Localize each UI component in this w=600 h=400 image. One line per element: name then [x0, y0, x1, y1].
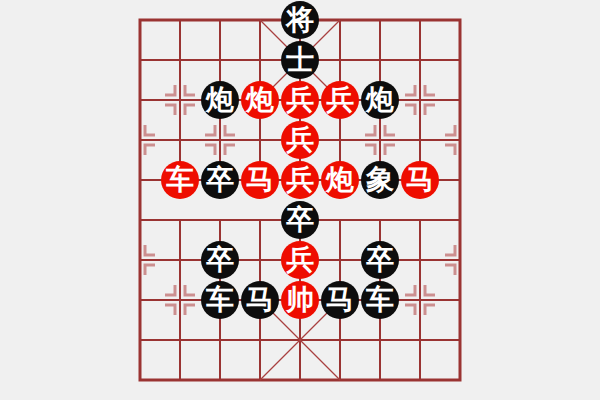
piece-black-soldier[interactable]: 卒 [201, 241, 239, 279]
piece-black-chariot[interactable]: 车 [201, 281, 239, 319]
piece-red-soldier[interactable]: 兵 [281, 241, 319, 279]
xiangqi-board[interactable]: 将士炮炮兵兵炮兵车卒马兵炮象马卒卒兵卒车马帅马车 [0, 0, 600, 400]
piece-black-chariot[interactable]: 车 [361, 281, 399, 319]
piece-red-general[interactable]: 帅 [281, 281, 319, 319]
piece-black-soldier[interactable]: 卒 [281, 201, 319, 239]
piece-black-elephant[interactable]: 象 [361, 161, 399, 199]
piece-black-soldier[interactable]: 卒 [201, 161, 239, 199]
piece-red-soldier[interactable]: 兵 [281, 81, 319, 119]
piece-red-soldier[interactable]: 兵 [281, 161, 319, 199]
piece-red-soldier[interactable]: 兵 [281, 121, 319, 159]
piece-layer: 将士炮炮兵兵炮兵车卒马兵炮象马卒卒兵卒车马帅马车 [120, 0, 480, 400]
piece-black-advisor[interactable]: 士 [281, 41, 319, 79]
piece-black-horse[interactable]: 马 [241, 281, 279, 319]
piece-black-cannon[interactable]: 炮 [201, 81, 239, 119]
piece-red-cannon[interactable]: 炮 [241, 81, 279, 119]
piece-black-soldier[interactable]: 卒 [361, 241, 399, 279]
piece-black-general[interactable]: 将 [281, 1, 319, 39]
piece-black-horse[interactable]: 马 [321, 281, 359, 319]
piece-red-horse[interactable]: 马 [401, 161, 439, 199]
piece-red-chariot[interactable]: 车 [161, 161, 199, 199]
piece-red-soldier[interactable]: 兵 [321, 81, 359, 119]
piece-red-horse[interactable]: 马 [241, 161, 279, 199]
piece-black-cannon[interactable]: 炮 [361, 81, 399, 119]
piece-red-cannon[interactable]: 炮 [321, 161, 359, 199]
